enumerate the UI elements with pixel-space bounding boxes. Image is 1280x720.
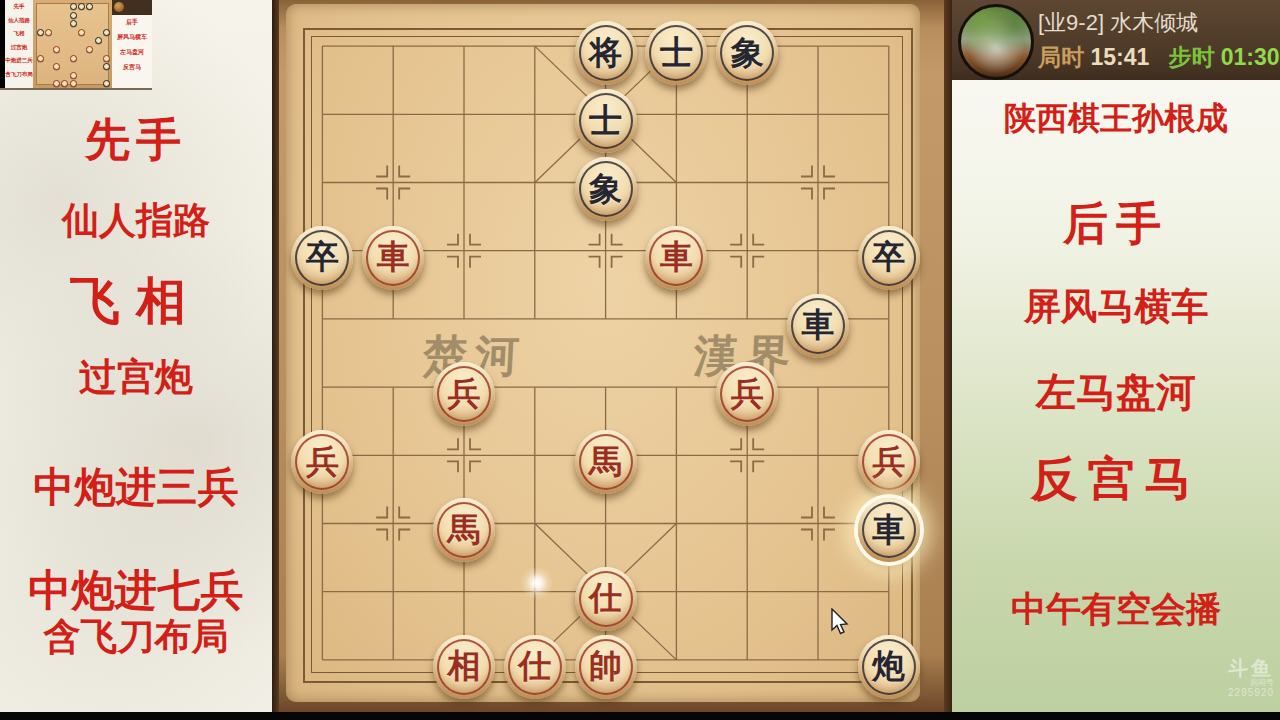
thumbnail-mini-board <box>33 0 112 88</box>
piece-ring <box>579 639 633 695</box>
piece-ring <box>579 161 633 217</box>
right-caption-player-title: 陕西棋王孙根成 <box>952 97 1280 141</box>
mini-piece-dot <box>61 80 68 87</box>
piece-ring <box>508 639 562 695</box>
left-panel: 先手 仙人指路 飞相 过宫炮 中炮进三兵 中炮进七兵 含飞刀布局 <box>0 0 272 712</box>
left-caption-opening-4: 中炮进三兵 <box>0 460 272 515</box>
watermark-logo: 斗鱼 <box>1228 658 1274 679</box>
player-avatar[interactable] <box>958 4 1034 80</box>
piece-ring <box>437 366 491 422</box>
mini-piece-dot <box>53 80 60 87</box>
piece-ring <box>295 230 349 286</box>
player-name: [业9-2] 水木倾城 <box>1038 8 1198 38</box>
watermark-room-id: 2295920 <box>1228 688 1274 699</box>
piece-ring <box>720 25 774 81</box>
click-sparkle-effect <box>520 566 554 600</box>
mini-piece-dot <box>78 29 85 36</box>
mini-piece-dot <box>103 29 110 36</box>
xiangqi-board[interactable]: 将士象士象卒車車卒車兵兵兵馬兵馬車仕相仕帥炮 <box>287 12 924 694</box>
mini-piece-dot <box>78 3 85 10</box>
right-caption-second-move: 后手 <box>952 194 1280 254</box>
piece-red-帥[interactable]: 帥 <box>575 635 637 699</box>
platform-watermark: 斗鱼 房间号 2295920 <box>1228 658 1274 698</box>
thumbnail-avatar <box>114 2 124 12</box>
piece-ring <box>649 230 703 286</box>
piece-red-兵[interactable]: 兵 <box>433 362 495 426</box>
mini-piece-dot <box>70 72 77 79</box>
piece-ring <box>437 639 491 695</box>
game-time-value: 15:41 <box>1090 44 1149 70</box>
mini-piece-dot <box>86 3 93 10</box>
piece-black-士[interactable]: 士 <box>645 21 707 85</box>
piece-ring <box>862 230 916 286</box>
right-caption-opening-1: 屏风马横车 <box>952 282 1280 332</box>
mini-piece-dot <box>37 29 44 36</box>
piece-ring <box>649 25 703 81</box>
piece-ring <box>862 502 916 558</box>
mini-piece-dot <box>70 12 77 19</box>
left-caption-opening-2: 飞相 <box>0 268 272 335</box>
right-caption-opening-2: 左马盘河 <box>952 365 1280 420</box>
mini-piece-dot <box>70 80 77 87</box>
right-caption-schedule: 中午有空会播 <box>952 586 1280 633</box>
piece-red-車[interactable]: 車 <box>362 226 424 290</box>
piece-ring <box>862 639 916 695</box>
left-caption-opening-3: 过宫炮 <box>0 352 272 403</box>
piece-ring <box>579 25 633 81</box>
piece-red-仕[interactable]: 仕 <box>575 567 637 631</box>
piece-red-兵[interactable]: 兵 <box>858 430 920 494</box>
left-caption-opening-1: 仙人指路 <box>0 196 272 246</box>
stream-thumbnail: 先手 仙人指路 飞相 过宫炮 中炮进三兵 含飞刀布局 后手 屏风马横车 左马盘河… <box>0 0 152 90</box>
player-info-bar: [业9-2] 水木倾城 局时 15:41 步时 01:30 <box>952 0 1280 80</box>
piece-black-卒[interactable]: 卒 <box>291 226 353 290</box>
piece-black-将[interactable]: 将 <box>575 21 637 85</box>
piece-black-車[interactable]: 車 <box>858 498 920 562</box>
mouse-cursor <box>830 608 850 636</box>
piece-ring <box>437 502 491 558</box>
piece-ring <box>791 298 845 354</box>
piece-black-炮[interactable]: 炮 <box>858 635 920 699</box>
board-area: 楚河 漢界 将士象士象卒車車卒車兵兵兵馬兵馬車仕相仕帥炮 <box>272 0 952 712</box>
piece-ring <box>295 434 349 490</box>
game-time-label: 局时 <box>1038 44 1084 70</box>
thumbnail-left-captions: 先手 仙人指路 飞相 过宫炮 中炮进三兵 含飞刀布局 <box>5 0 33 88</box>
mini-piece-dot <box>53 63 60 70</box>
piece-black-車[interactable]: 車 <box>787 294 849 358</box>
move-time-value: 01:30 <box>1221 44 1280 70</box>
piece-ring <box>720 366 774 422</box>
mini-piece-dot <box>53 46 60 53</box>
clock-row: 局时 15:41 步时 01:30 <box>1038 42 1280 73</box>
piece-black-卒[interactable]: 卒 <box>858 226 920 290</box>
left-caption-first-move: 先手 <box>0 110 272 170</box>
mini-piece-dot <box>103 63 110 70</box>
piece-black-士[interactable]: 士 <box>575 89 637 153</box>
piece-ring <box>579 434 633 490</box>
piece-red-馬[interactable]: 馬 <box>433 498 495 562</box>
mini-piece-dot <box>103 80 110 87</box>
piece-red-兵[interactable]: 兵 <box>291 430 353 494</box>
right-panel: 陕西棋王孙根成 后手 屏风马横车 左马盘河 反宫马 中午有空会播 斗鱼 房间号 … <box>952 0 1280 712</box>
piece-ring <box>579 571 633 627</box>
piece-red-仕[interactable]: 仕 <box>504 635 566 699</box>
mini-piece-dot <box>70 55 77 62</box>
thumbnail-right-captions: 后手 屏风马横车 左马盘河 反宫马 <box>112 15 152 88</box>
move-time-label: 步时 <box>1168 44 1214 70</box>
piece-red-相[interactable]: 相 <box>433 635 495 699</box>
mini-piece-dot <box>86 46 93 53</box>
piece-ring <box>862 434 916 490</box>
mini-piece-dot <box>95 37 102 44</box>
piece-ring <box>366 230 420 286</box>
mini-piece-dot <box>103 55 110 62</box>
letterbox-bottom-bar <box>0 712 1280 720</box>
piece-ring <box>579 93 633 149</box>
piece-red-馬[interactable]: 馬 <box>575 430 637 494</box>
mini-piece-dot <box>70 3 77 10</box>
mini-piece-dot <box>37 55 44 62</box>
mini-piece-dot <box>70 20 77 27</box>
left-caption-opening-6: 含飞刀布局 <box>0 612 272 662</box>
piece-black-象[interactable]: 象 <box>716 21 778 85</box>
mini-piece-dot <box>45 29 52 36</box>
piece-red-兵[interactable]: 兵 <box>716 362 778 426</box>
piece-red-車[interactable]: 車 <box>645 226 707 290</box>
right-caption-opening-3: 反宫马 <box>952 448 1280 511</box>
piece-black-象[interactable]: 象 <box>575 157 637 221</box>
